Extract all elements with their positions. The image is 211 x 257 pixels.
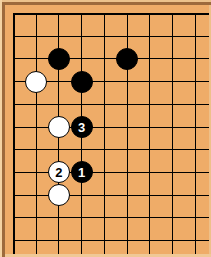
grid-line-vertical-9 xyxy=(195,13,196,256)
grid-line-horizontal-1 xyxy=(13,13,210,15)
stone-black-col4-row8-move1[interactable]: 1 xyxy=(71,161,93,183)
stone-black-col6-row3[interactable] xyxy=(116,48,138,70)
stone-black-col4-row6-move3[interactable]: 3 xyxy=(71,116,93,138)
stone-white-col3-row9[interactable] xyxy=(48,184,70,206)
grid-line-vertical-7 xyxy=(149,13,150,256)
stone-white-col3-row6[interactable] xyxy=(48,116,70,138)
grid-line-horizontal-10 xyxy=(13,217,210,218)
grid-line-vertical-5 xyxy=(104,13,105,256)
move-number-label: 2 xyxy=(55,166,62,179)
grid-line-horizontal-5 xyxy=(13,104,210,105)
stone-black-col3-row3[interactable] xyxy=(48,48,70,70)
grid-line-vertical-1 xyxy=(13,13,15,256)
move-number-label: 3 xyxy=(78,121,85,134)
grid-line-vertical-2 xyxy=(36,13,37,256)
stone-white-col3-row8-move2[interactable]: 2 xyxy=(48,161,70,183)
go-board[interactable]: 321 xyxy=(0,0,211,257)
grid-line-horizontal-11 xyxy=(13,240,210,241)
stone-white-col2-row4[interactable] xyxy=(25,71,47,93)
grid-line-horizontal-2 xyxy=(13,36,210,37)
grid-line-horizontal-8 xyxy=(13,172,210,173)
board-frame-top-brown xyxy=(2,2,211,5)
image-cut-edge-right xyxy=(209,5,211,257)
grid-line-vertical-8 xyxy=(172,13,173,256)
move-number-label: 1 xyxy=(78,166,85,179)
board-frame-left-brown xyxy=(2,2,5,257)
grid-line-horizontal-7 xyxy=(13,149,210,150)
stone-black-col4-row4[interactable] xyxy=(71,71,93,93)
grid-line-horizontal-9 xyxy=(13,195,210,196)
grid-line-horizontal-6 xyxy=(13,127,210,128)
grid-line-horizontal-3 xyxy=(13,58,210,59)
